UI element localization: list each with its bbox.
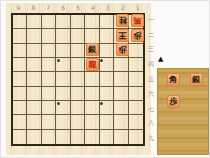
rank-labels: 一二三四五六七八九 xyxy=(146,13,156,146)
file-label: 6 xyxy=(56,3,71,13)
rank-label: 七 xyxy=(146,102,156,117)
file-labels: 987654321 xyxy=(11,3,145,13)
piece-gote-pawn[interactable]: 歩 xyxy=(116,43,129,56)
piece-glyph: 歩 xyxy=(169,96,177,108)
rank-label: 九 xyxy=(146,131,156,146)
hand-piece-bishop[interactable]: 角 xyxy=(167,73,180,86)
file-label: 1 xyxy=(130,3,145,13)
piece-glyph: 歩 xyxy=(133,29,141,41)
rank-label: 三 xyxy=(146,43,156,58)
rank-label: 六 xyxy=(146,87,156,102)
rank-label: 二 xyxy=(146,28,156,43)
piece-glyph: 銀 xyxy=(192,74,200,86)
file-label: 5 xyxy=(71,3,86,13)
piece-sente-silver[interactable]: 銀 xyxy=(86,43,99,56)
piece-gote-pawn[interactable]: 歩 xyxy=(131,29,144,42)
hand-piece-silver[interactable]: 銀 xyxy=(190,73,203,86)
rank-label: 五 xyxy=(146,72,156,87)
rank-label: 八 xyxy=(146,116,156,131)
file-label: 3 xyxy=(100,3,115,13)
piece-gote-promoted-bishop-horse[interactable]: 馬 xyxy=(131,14,144,27)
file-label: 8 xyxy=(26,3,41,13)
hand-piece-pawn[interactable]: 歩 xyxy=(167,95,180,108)
rank-label: 四 xyxy=(146,57,156,72)
piece-glyph: 馬 xyxy=(133,14,141,26)
file-label: 4 xyxy=(85,3,100,13)
file-label: 7 xyxy=(41,3,56,13)
piece-glyph: 歩 xyxy=(119,44,127,56)
piece-glyph: 桂 xyxy=(119,14,127,26)
komadai-hand-stand: 角銀歩 xyxy=(157,68,209,155)
sente-turn-icon: ▲ xyxy=(158,54,163,64)
piece-gote-king[interactable]: 王 xyxy=(116,29,129,42)
shogi-diagram: 987654321 一二三四五六七八九 桂馬王歩歩銀龍 ▲ 角銀歩 xyxy=(0,0,210,158)
board-pieces-layer: 桂馬王歩歩銀龍 xyxy=(11,13,145,146)
piece-glyph: 王 xyxy=(119,29,127,41)
piece-gote-knight[interactable]: 桂 xyxy=(116,14,129,27)
piece-glyph: 龍 xyxy=(89,59,97,71)
piece-glyph: 銀 xyxy=(89,44,97,56)
shogi-board: 987654321 一二三四五六七八九 桂馬王歩歩銀龍 xyxy=(6,3,151,155)
piece-glyph: 角 xyxy=(169,74,177,86)
piece-sente-promoted-rook-dragon[interactable]: 龍 xyxy=(86,58,99,71)
rank-label: 一 xyxy=(146,13,156,28)
file-label: 9 xyxy=(11,3,26,13)
file-label: 2 xyxy=(115,3,130,13)
